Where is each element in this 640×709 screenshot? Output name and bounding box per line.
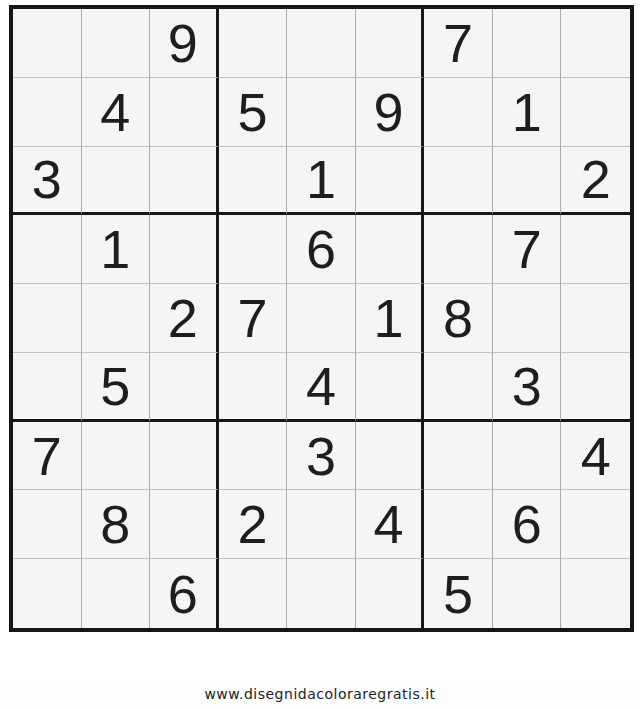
sudoku-cell-r3c8[interactable] (493, 147, 562, 216)
sudoku-cell-r4c3[interactable] (150, 215, 219, 284)
sudoku-cell-r1c3[interactable]: 9 (150, 9, 219, 78)
sudoku-cell-r4c2[interactable]: 1 (82, 215, 151, 284)
sudoku-cell-r8c1[interactable] (13, 490, 82, 559)
sudoku-cell-r5c6[interactable]: 1 (356, 284, 425, 353)
sudoku-cell-r3c7[interactable] (424, 147, 493, 216)
watermark-url: www.disegnidacoloraregratis.it (204, 686, 435, 702)
sudoku-cell-r5c8[interactable] (493, 284, 562, 353)
sudoku-cell-r6c7[interactable] (424, 353, 493, 422)
sudoku-cell-r2c5[interactable] (287, 78, 356, 147)
sudoku-cell-r2c4[interactable]: 5 (219, 78, 288, 147)
sudoku-cell-r9c8[interactable] (493, 559, 562, 628)
sudoku-cell-r3c9[interactable]: 2 (561, 147, 630, 216)
sudoku-cell-r9c6[interactable] (356, 559, 425, 628)
sudoku-cell-r2c7[interactable] (424, 78, 493, 147)
sudoku-cell-r7c7[interactable] (424, 422, 493, 491)
sudoku-cell-r4c1[interactable] (13, 215, 82, 284)
sudoku-cell-r1c6[interactable] (356, 9, 425, 78)
sudoku-cell-r9c7[interactable]: 5 (424, 559, 493, 628)
sudoku-cell-r9c4[interactable] (219, 559, 288, 628)
sudoku-cell-r1c7[interactable]: 7 (424, 9, 493, 78)
sudoku-cell-r7c8[interactable] (493, 422, 562, 491)
sudoku-cell-r1c5[interactable] (287, 9, 356, 78)
sudoku-cell-r3c1[interactable]: 3 (13, 147, 82, 216)
sudoku-cell-r9c3[interactable]: 6 (150, 559, 219, 628)
sudoku-cell-r5c4[interactable]: 7 (219, 284, 288, 353)
sudoku-cell-r3c2[interactable] (82, 147, 151, 216)
sudoku-cell-r3c5[interactable]: 1 (287, 147, 356, 216)
sudoku-cell-r6c2[interactable]: 5 (82, 353, 151, 422)
sudoku-cell-r2c2[interactable]: 4 (82, 78, 151, 147)
sudoku-cell-r1c9[interactable] (561, 9, 630, 78)
sudoku-cell-r6c1[interactable] (13, 353, 82, 422)
sudoku-cell-r7c2[interactable] (82, 422, 151, 491)
sudoku-cell-r2c3[interactable] (150, 78, 219, 147)
sudoku-board: 9745913121672718543734824665 (9, 5, 634, 632)
sudoku-cell-r6c9[interactable] (561, 353, 630, 422)
sudoku-cell-r6c3[interactable] (150, 353, 219, 422)
sudoku-cell-r8c5[interactable] (287, 490, 356, 559)
sudoku-cell-r4c7[interactable] (424, 215, 493, 284)
sudoku-cell-r6c5[interactable]: 4 (287, 353, 356, 422)
sudoku-cell-r5c7[interactable]: 8 (424, 284, 493, 353)
page: 9745913121672718543734824665 www.disegni… (0, 0, 640, 709)
sudoku-cell-r4c5[interactable]: 6 (287, 215, 356, 284)
sudoku-cell-r7c3[interactable] (150, 422, 219, 491)
sudoku-cell-r1c8[interactable] (493, 9, 562, 78)
sudoku-cell-r5c5[interactable] (287, 284, 356, 353)
footer-bar: www.disegnidacoloraregratis.it (0, 678, 640, 709)
sudoku-cell-r8c2[interactable]: 8 (82, 490, 151, 559)
sudoku-cell-r7c6[interactable] (356, 422, 425, 491)
sudoku-cell-r5c1[interactable] (13, 284, 82, 353)
sudoku-cell-r8c6[interactable]: 4 (356, 490, 425, 559)
sudoku-cell-r9c5[interactable] (287, 559, 356, 628)
sudoku-cell-r1c1[interactable] (13, 9, 82, 78)
sudoku-cell-r1c2[interactable] (82, 9, 151, 78)
sudoku-cell-r7c5[interactable]: 3 (287, 422, 356, 491)
sudoku-cell-r2c9[interactable] (561, 78, 630, 147)
sudoku-cell-r2c8[interactable]: 1 (493, 78, 562, 147)
sudoku-cell-r4c8[interactable]: 7 (493, 215, 562, 284)
sudoku-cell-r3c6[interactable] (356, 147, 425, 216)
sudoku-cell-r9c1[interactable] (13, 559, 82, 628)
sudoku-cell-r6c6[interactable] (356, 353, 425, 422)
sudoku-cell-r2c1[interactable] (13, 78, 82, 147)
sudoku-cell-r4c6[interactable] (356, 215, 425, 284)
sudoku-cell-r4c9[interactable] (561, 215, 630, 284)
sudoku-cell-r8c7[interactable] (424, 490, 493, 559)
sudoku-cell-r7c1[interactable]: 7 (13, 422, 82, 491)
sudoku-cell-r4c4[interactable] (219, 215, 288, 284)
sudoku-cell-r6c4[interactable] (219, 353, 288, 422)
sudoku-cell-r2c6[interactable]: 9 (356, 78, 425, 147)
sudoku-cell-r7c4[interactable] (219, 422, 288, 491)
sudoku-cell-r1c4[interactable] (219, 9, 288, 78)
sudoku-cell-r3c4[interactable] (219, 147, 288, 216)
sudoku-cell-r5c3[interactable]: 2 (150, 284, 219, 353)
sudoku-cell-r8c8[interactable]: 6 (493, 490, 562, 559)
sudoku-cell-r8c4[interactable]: 2 (219, 490, 288, 559)
sudoku-cell-r9c2[interactable] (82, 559, 151, 628)
sudoku-cell-r8c9[interactable] (561, 490, 630, 559)
sudoku-cell-r6c8[interactable]: 3 (493, 353, 562, 422)
sudoku-cell-r3c3[interactable] (150, 147, 219, 216)
sudoku-cell-r5c2[interactable] (82, 284, 151, 353)
sudoku-cell-r9c9[interactable] (561, 559, 630, 628)
sudoku-cell-r5c9[interactable] (561, 284, 630, 353)
sudoku-cell-r8c3[interactable] (150, 490, 219, 559)
sudoku-cell-r7c9[interactable]: 4 (561, 422, 630, 491)
